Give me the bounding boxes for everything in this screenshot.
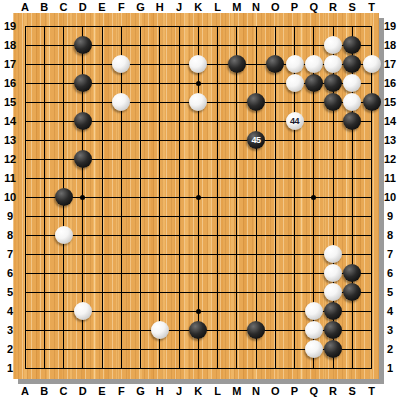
star-point	[196, 309, 201, 314]
row-label-right: 11	[380, 172, 400, 185]
column-label-bottom: E	[92, 385, 112, 398]
row-label-left: 7	[0, 248, 20, 261]
go-board-diagram: AABBCCDDEEFFGGHHJJKKLLMMNNOOPPQQRRSSTT19…	[0, 0, 400, 400]
grid-line	[25, 216, 373, 217]
stone-white	[324, 245, 342, 263]
row-label-left: 14	[0, 115, 20, 128]
column-label-bottom: L	[208, 385, 228, 398]
column-label-bottom: F	[111, 385, 131, 398]
grid-line	[25, 292, 373, 293]
column-label-top: R	[323, 1, 343, 14]
column-label-bottom: D	[73, 385, 93, 398]
stone-white	[305, 321, 323, 339]
row-label-right: 6	[380, 267, 400, 280]
star-point	[196, 195, 201, 200]
column-label-bottom: G	[131, 385, 151, 398]
row-label-right: 5	[380, 286, 400, 299]
row-label-left: 6	[0, 267, 20, 280]
stone-black	[324, 321, 342, 339]
row-label-left: 5	[0, 286, 20, 299]
row-label-right: 16	[380, 77, 400, 90]
stone-white	[305, 302, 323, 320]
row-label-left: 11	[0, 172, 20, 185]
column-label-bottom: P	[285, 385, 305, 398]
stone-white: 44	[286, 112, 304, 130]
row-label-left: 8	[0, 229, 20, 242]
row-label-right: 18	[380, 39, 400, 52]
row-label-right: 9	[380, 210, 400, 223]
column-label-bottom: M	[227, 385, 247, 398]
row-label-left: 1	[0, 362, 20, 375]
row-label-left: 16	[0, 77, 20, 90]
row-label-left: 13	[0, 134, 20, 147]
column-label-top: S	[342, 1, 362, 14]
row-label-right: 12	[380, 153, 400, 166]
star-point	[311, 195, 316, 200]
stone-black	[305, 74, 323, 92]
column-label-top: Q	[304, 1, 324, 14]
grid-line	[25, 178, 373, 179]
row-label-left: 10	[0, 191, 20, 204]
column-label-bottom: Q	[304, 385, 324, 398]
row-label-right: 2	[380, 343, 400, 356]
stone-black	[74, 74, 92, 92]
column-label-top: L	[208, 1, 228, 14]
row-label-right: 3	[380, 324, 400, 337]
row-label-left: 9	[0, 210, 20, 223]
stone-black	[363, 93, 381, 111]
row-label-left: 18	[0, 39, 20, 52]
stone-white	[324, 283, 342, 301]
stone-black	[247, 321, 265, 339]
column-label-bottom: C	[54, 385, 74, 398]
stone-black	[324, 93, 342, 111]
grid-line	[25, 140, 373, 141]
stone-black	[228, 55, 246, 73]
row-label-right: 10	[380, 191, 400, 204]
column-label-top: O	[265, 1, 285, 14]
row-label-left: 15	[0, 96, 20, 109]
column-label-top: A	[15, 1, 35, 14]
stone-white	[324, 55, 342, 73]
column-label-bottom: T	[362, 385, 382, 398]
stone-black	[247, 93, 265, 111]
column-label-bottom: K	[188, 385, 208, 398]
column-label-top: N	[246, 1, 266, 14]
stone-black: 45	[247, 131, 265, 149]
column-label-top: P	[285, 1, 305, 14]
move-number-label: 45	[247, 131, 265, 149]
stone-black	[324, 302, 342, 320]
row-label-right: 13	[380, 134, 400, 147]
grid-line	[25, 26, 373, 27]
column-label-top: B	[34, 1, 54, 14]
row-label-right: 8	[380, 229, 400, 242]
grid-line	[25, 235, 373, 236]
column-label-top: H	[150, 1, 170, 14]
row-label-left: 3	[0, 324, 20, 337]
stone-black	[74, 36, 92, 54]
column-label-bottom: S	[342, 385, 362, 398]
column-label-top: K	[188, 1, 208, 14]
grid-line	[25, 273, 373, 274]
stone-white	[324, 36, 342, 54]
column-label-top: M	[227, 1, 247, 14]
stone-white	[286, 74, 304, 92]
column-label-top: D	[73, 1, 93, 14]
grid-line	[25, 254, 373, 255]
stone-white	[305, 55, 323, 73]
stone-white	[74, 302, 92, 320]
column-label-bottom: O	[265, 385, 285, 398]
stone-white	[305, 340, 323, 358]
column-label-top: G	[131, 1, 151, 14]
column-label-top: E	[92, 1, 112, 14]
row-label-right: 1	[380, 362, 400, 375]
column-label-bottom: B	[34, 385, 54, 398]
stone-black	[324, 74, 342, 92]
stone-white	[324, 264, 342, 282]
column-label-bottom: N	[246, 385, 266, 398]
star-point	[196, 81, 201, 86]
stone-white	[151, 321, 169, 339]
row-label-right: 4	[380, 305, 400, 318]
stone-white	[55, 226, 73, 244]
column-label-top: J	[169, 1, 189, 14]
stone-black	[74, 150, 92, 168]
row-label-left: 2	[0, 343, 20, 356]
grid-line	[25, 368, 373, 369]
column-label-bottom: A	[15, 385, 35, 398]
row-label-left: 12	[0, 153, 20, 166]
column-label-top: C	[54, 1, 74, 14]
stone-black	[324, 340, 342, 358]
row-label-right: 14	[380, 115, 400, 128]
row-label-left: 4	[0, 305, 20, 318]
row-label-right: 17	[380, 58, 400, 71]
row-label-right: 19	[380, 20, 400, 33]
stone-white	[286, 55, 304, 73]
stone-black	[55, 188, 73, 206]
row-label-right: 15	[380, 96, 400, 109]
row-label-right: 7	[380, 248, 400, 261]
row-label-left: 17	[0, 58, 20, 71]
row-label-left: 19	[0, 20, 20, 33]
column-label-bottom: H	[150, 385, 170, 398]
column-label-bottom: J	[169, 385, 189, 398]
stone-white	[363, 55, 381, 73]
move-number-label: 44	[286, 112, 304, 130]
column-label-top: F	[111, 1, 131, 14]
column-label-top: T	[362, 1, 382, 14]
stone-black	[74, 112, 92, 130]
column-label-bottom: R	[323, 385, 343, 398]
star-point	[80, 195, 85, 200]
